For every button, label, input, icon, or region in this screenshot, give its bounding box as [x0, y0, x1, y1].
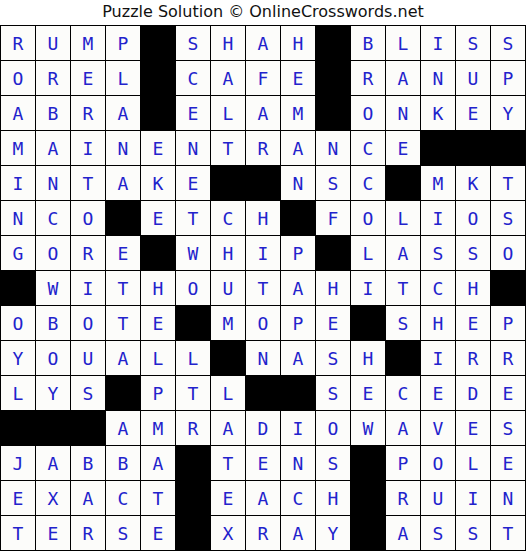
cell-r2c2: R [36, 61, 70, 95]
cell-r15c4: S [106, 516, 140, 550]
cell-r2c3: E [71, 61, 105, 95]
cell-r14c14: I [456, 481, 490, 515]
cell-r11c7: L [211, 376, 245, 410]
cell-r1c13: I [421, 26, 455, 60]
cell-r14c3: A [71, 481, 105, 515]
cell-r6c3: O [71, 201, 105, 235]
cell-r11c14: D [456, 376, 490, 410]
cell-r14c7: E [211, 481, 245, 515]
cell-r7c4: E [106, 236, 140, 270]
cell-r7c7: H [211, 236, 245, 270]
cell-r5c4: A [106, 166, 140, 200]
cell-r11c11: E [351, 376, 385, 410]
cell-r6c5: E [141, 201, 175, 235]
cell-r10c1: Y [1, 341, 35, 375]
cell-r13c7: T [211, 446, 245, 480]
cell-r8c2: W [36, 271, 70, 305]
cell-r1c3: M [71, 26, 105, 60]
cell-r13c1: J [1, 446, 35, 480]
cell-r8c11: I [351, 271, 385, 305]
cell-r11c13: E [421, 376, 455, 410]
cell-r15c1: T [1, 516, 35, 550]
cell-r15c3: R [71, 516, 105, 550]
cell-r3c4: A [106, 96, 140, 130]
cell-r5c13: M [421, 166, 455, 200]
black-cell-r5c12 [386, 166, 420, 200]
cell-r7c14: S [456, 236, 490, 270]
cell-r12c10: O [316, 411, 350, 445]
cell-r15c5: E [141, 516, 175, 550]
cell-r12c15: S [491, 411, 525, 445]
cell-r2c11: R [351, 61, 385, 95]
cell-r14c9: C [281, 481, 315, 515]
cell-r10c10: S [316, 341, 350, 375]
cell-r4c3: I [71, 131, 105, 165]
cell-r10c4: A [106, 341, 140, 375]
black-cell-r15c6 [176, 516, 210, 550]
black-cell-r9c11 [351, 306, 385, 340]
cell-r8c7: U [211, 271, 245, 305]
cell-r5c5: K [141, 166, 175, 200]
cell-r9c13: H [421, 306, 455, 340]
cell-r7c6: W [176, 236, 210, 270]
cell-r3c13: K [421, 96, 455, 130]
cell-r11c10: S [316, 376, 350, 410]
cell-r7c13: S [421, 236, 455, 270]
cell-r15c13: S [421, 516, 455, 550]
cell-r8c9: A [281, 271, 315, 305]
cell-r8c6: O [176, 271, 210, 305]
cell-r9c7: M [211, 306, 245, 340]
cell-r13c4: B [106, 446, 140, 480]
crossword-board: RUMPSHAHBLISSORELCAFERANUPABRAELAMONKEYM… [0, 25, 526, 551]
cell-r5c3: T [71, 166, 105, 200]
cell-r12c7: A [211, 411, 245, 445]
cell-r10c2: O [36, 341, 70, 375]
black-cell-r10c7 [211, 341, 245, 375]
cell-r12c4: A [106, 411, 140, 445]
cell-r14c15: N [491, 481, 525, 515]
cell-r5c10: S [316, 166, 350, 200]
cell-r2c13: N [421, 61, 455, 95]
cell-r12c5: M [141, 411, 175, 445]
cell-r9c3: O [71, 306, 105, 340]
cell-r1c2: U [36, 26, 70, 60]
black-cell-r1c5 [141, 26, 175, 60]
cell-r13c2: A [36, 446, 70, 480]
black-cell-r11c9 [281, 376, 315, 410]
black-cell-r12c3 [71, 411, 105, 445]
cell-r3c9: M [281, 96, 315, 130]
black-cell-r11c8 [246, 376, 280, 410]
cell-r6c6: T [176, 201, 210, 235]
cell-r7c2: O [36, 236, 70, 270]
cell-r9c5: E [141, 306, 175, 340]
cell-r13c9: N [281, 446, 315, 480]
cell-r9c1: O [1, 306, 35, 340]
cell-r1c9: H [281, 26, 315, 60]
cell-r1c12: L [386, 26, 420, 60]
black-cell-r4c13 [421, 131, 455, 165]
cell-r9c4: T [106, 306, 140, 340]
cell-r15c8: R [246, 516, 280, 550]
cell-r5c14: K [456, 166, 490, 200]
cell-r11c2: Y [36, 376, 70, 410]
cell-r2c12: A [386, 61, 420, 95]
cell-r3c12: N [386, 96, 420, 130]
cell-r14c4: C [106, 481, 140, 515]
cell-r4c8: R [246, 131, 280, 165]
cell-r6c2: C [36, 201, 70, 235]
cell-r12c14: E [456, 411, 490, 445]
cell-r5c6: E [176, 166, 210, 200]
cell-r15c7: X [211, 516, 245, 550]
cell-r13c8: E [246, 446, 280, 480]
cell-r3c8: A [246, 96, 280, 130]
cell-r15c12: A [386, 516, 420, 550]
cell-r1c6: S [176, 26, 210, 60]
cell-r2c8: F [246, 61, 280, 95]
cell-r3c3: R [71, 96, 105, 130]
cell-r6c14: O [456, 201, 490, 235]
cell-r2c6: C [176, 61, 210, 95]
cell-r2c1: O [1, 61, 35, 95]
cell-r8c10: H [316, 271, 350, 305]
cell-r4c5: E [141, 131, 175, 165]
cell-r4c2: A [36, 131, 70, 165]
cell-r3c7: L [211, 96, 245, 130]
cell-r14c10: H [316, 481, 350, 515]
cell-r2c15: P [491, 61, 525, 95]
cell-r2c7: A [211, 61, 245, 95]
cell-r9c2: B [36, 306, 70, 340]
black-cell-r12c1 [1, 411, 35, 445]
cell-r8c8: T [246, 271, 280, 305]
cell-r12c11: W [351, 411, 385, 445]
cell-r1c14: S [456, 26, 490, 60]
cell-r13c10: S [316, 446, 350, 480]
cell-r2c4: L [106, 61, 140, 95]
cell-r13c15: E [491, 446, 525, 480]
cell-r10c6: L [176, 341, 210, 375]
cell-r10c3: U [71, 341, 105, 375]
cell-r15c15: T [491, 516, 525, 550]
black-cell-r8c15 [491, 271, 525, 305]
cell-r7c9: P [281, 236, 315, 270]
cell-r8c3: I [71, 271, 105, 305]
cell-r4c12: E [386, 131, 420, 165]
cell-r15c10: Y [316, 516, 350, 550]
cell-r1c1: R [1, 26, 35, 60]
cell-r14c5: T [141, 481, 175, 515]
cell-r6c8: H [246, 201, 280, 235]
black-cell-r11c4 [106, 376, 140, 410]
cell-r6c11: O [351, 201, 385, 235]
cell-r6c1: N [1, 201, 35, 235]
cell-r14c12: R [386, 481, 420, 515]
cell-r6c13: I [421, 201, 455, 235]
cell-r4c4: N [106, 131, 140, 165]
black-cell-r6c9 [281, 201, 315, 235]
cell-r7c15: O [491, 236, 525, 270]
black-cell-r8c1 [1, 271, 35, 305]
cell-r11c5: P [141, 376, 175, 410]
cell-r1c4: P [106, 26, 140, 60]
cell-r5c1: I [1, 166, 35, 200]
black-cell-r5c8 [246, 166, 280, 200]
cell-r10c8: N [246, 341, 280, 375]
black-cell-r12c2 [36, 411, 70, 445]
cell-r10c11: H [351, 341, 385, 375]
cell-r10c9: A [281, 341, 315, 375]
black-cell-r3c10 [316, 96, 350, 130]
cell-r11c6: T [176, 376, 210, 410]
cell-r10c13: I [421, 341, 455, 375]
cell-r9c8: O [246, 306, 280, 340]
cell-r4c9: A [281, 131, 315, 165]
cell-r9c12: S [386, 306, 420, 340]
cell-r4c7: T [211, 131, 245, 165]
cell-r5c2: N [36, 166, 70, 200]
cell-r4c6: N [176, 131, 210, 165]
cell-r9c14: E [456, 306, 490, 340]
cell-r8c4: T [106, 271, 140, 305]
cell-r5c9: N [281, 166, 315, 200]
black-cell-r3c5 [141, 96, 175, 130]
black-cell-r4c14 [456, 131, 490, 165]
page: Puzzle Solution © OnlineCrosswords.net R… [0, 0, 526, 551]
cell-r12c13: V [421, 411, 455, 445]
black-cell-r13c11 [351, 446, 385, 480]
cell-r7c3: R [71, 236, 105, 270]
black-cell-r10c12 [386, 341, 420, 375]
cell-r13c13: O [421, 446, 455, 480]
cell-r15c14: S [456, 516, 490, 550]
cell-r6c15: S [491, 201, 525, 235]
cell-r8c5: H [141, 271, 175, 305]
cell-r2c14: U [456, 61, 490, 95]
cell-r14c2: X [36, 481, 70, 515]
black-cell-r15c11 [351, 516, 385, 550]
cell-r12c9: I [281, 411, 315, 445]
cell-r11c15: E [491, 376, 525, 410]
puzzle-title: Puzzle Solution © OnlineCrosswords.net [0, 0, 526, 25]
cell-r9c15: P [491, 306, 525, 340]
cell-r5c15: T [491, 166, 525, 200]
cell-r15c9: A [281, 516, 315, 550]
cell-r2c9: E [281, 61, 315, 95]
cell-r6c10: F [316, 201, 350, 235]
cell-r7c8: I [246, 236, 280, 270]
cell-r13c3: B [71, 446, 105, 480]
cell-r1c8: A [246, 26, 280, 60]
cell-r12c6: R [176, 411, 210, 445]
cell-r8c13: C [421, 271, 455, 305]
black-cell-r2c10 [316, 61, 350, 95]
cell-r10c5: L [141, 341, 175, 375]
cell-r14c13: U [421, 481, 455, 515]
black-cell-r4c15 [491, 131, 525, 165]
cell-r13c14: L [456, 446, 490, 480]
cell-r13c12: P [386, 446, 420, 480]
cell-r11c1: L [1, 376, 35, 410]
cell-r10c14: R [456, 341, 490, 375]
cell-r1c7: H [211, 26, 245, 60]
cell-r3c14: E [456, 96, 490, 130]
black-cell-r13c6 [176, 446, 210, 480]
cell-r14c8: A [246, 481, 280, 515]
cell-r7c11: L [351, 236, 385, 270]
cell-r4c10: N [316, 131, 350, 165]
black-cell-r9c6 [176, 306, 210, 340]
cell-r8c14: H [456, 271, 490, 305]
black-cell-r1c10 [316, 26, 350, 60]
black-cell-r14c11 [351, 481, 385, 515]
cell-r7c12: A [386, 236, 420, 270]
cell-r3c6: E [176, 96, 210, 130]
cell-r7c1: G [1, 236, 35, 270]
cell-r13c5: A [141, 446, 175, 480]
cell-r11c3: S [71, 376, 105, 410]
cell-r10c15: R [491, 341, 525, 375]
cell-r3c11: O [351, 96, 385, 130]
black-cell-r14c6 [176, 481, 210, 515]
cell-r3c1: A [1, 96, 35, 130]
cell-r11c12: C [386, 376, 420, 410]
black-cell-r7c5 [141, 236, 175, 270]
cell-r4c1: M [1, 131, 35, 165]
cell-r6c12: L [386, 201, 420, 235]
black-cell-r7c10 [316, 236, 350, 270]
cell-r5c11: C [351, 166, 385, 200]
cell-r9c10: E [316, 306, 350, 340]
black-cell-r5c7 [211, 166, 245, 200]
cell-r1c11: B [351, 26, 385, 60]
black-cell-r6c4 [106, 201, 140, 235]
cell-r4c11: C [351, 131, 385, 165]
cell-r3c15: Y [491, 96, 525, 130]
cell-r12c8: D [246, 411, 280, 445]
cell-r12c12: A [386, 411, 420, 445]
black-cell-r2c5 [141, 61, 175, 95]
cell-r9c9: P [281, 306, 315, 340]
cell-r14c1: E [1, 481, 35, 515]
cell-r3c2: B [36, 96, 70, 130]
cell-r1c15: S [491, 26, 525, 60]
cell-r8c12: T [386, 271, 420, 305]
cell-r6c7: C [211, 201, 245, 235]
cell-r15c2: E [36, 516, 70, 550]
